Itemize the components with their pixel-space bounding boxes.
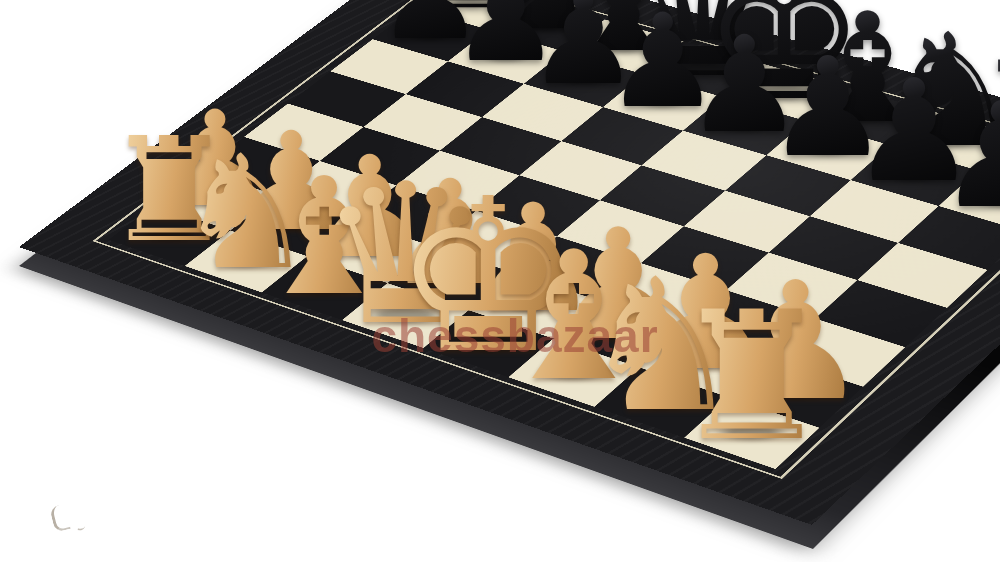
piece-white-rook-h1: ♜ (672, 288, 832, 466)
chess-product-photo: ♜♞♝♛♚♝♞♜♟♟♟♟♟♟♟♟♟♟♟♟♟♟♟♟♜♞♝♛♚♝♞♜ chessba… (0, 0, 1000, 562)
photo-artifact-mark (48, 503, 88, 537)
artifact-tick (77, 522, 86, 531)
pieces-layer: ♜♞♝♛♚♝♞♜♟♟♟♟♟♟♟♟♟♟♟♟♟♟♟♟♜♞♝♛♚♝♞♜ (0, 0, 1000, 562)
artifact-curl (49, 503, 71, 532)
piece-black-pawn-h7: ♟ (937, 83, 1000, 228)
